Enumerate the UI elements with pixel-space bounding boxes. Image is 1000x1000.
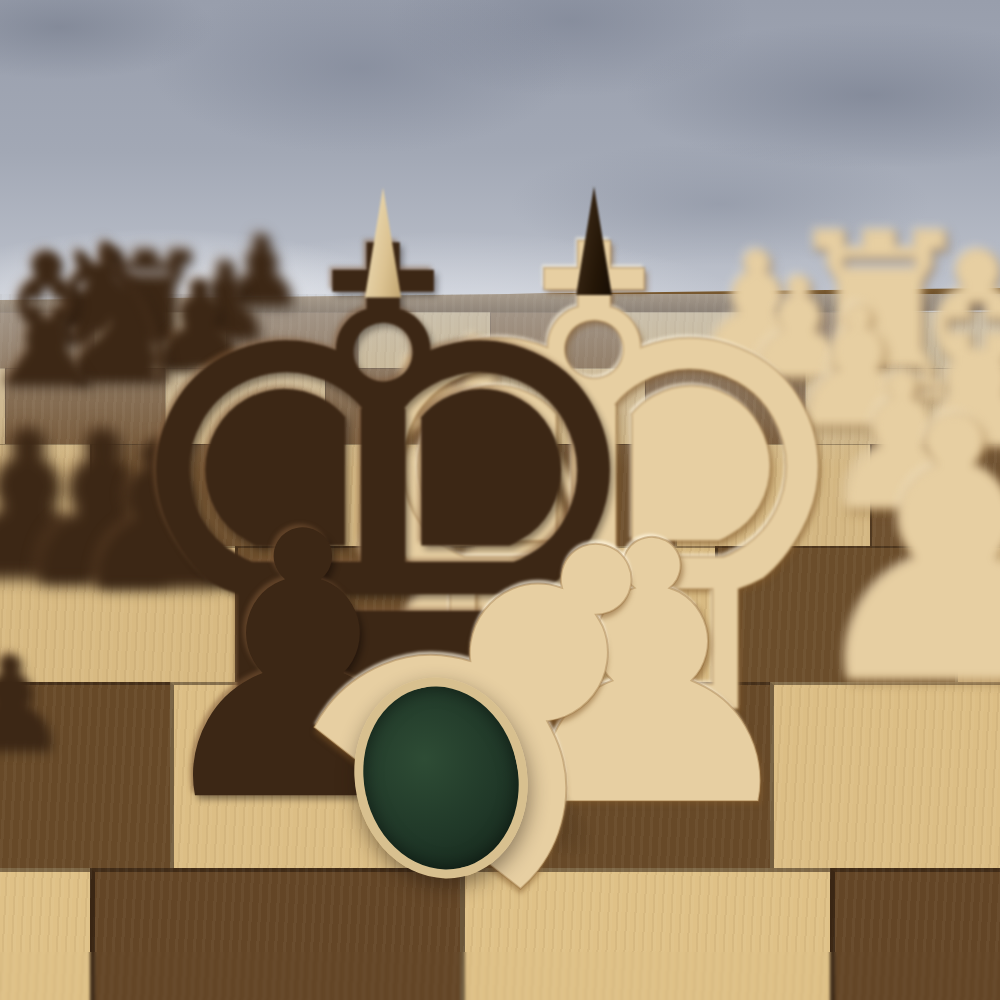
chess-photo-scene: ♝♞♜♟♟♟♟♟♟♟♚♟♞♚♟♟♟♟♜♟♝♟♟ Wooden chess set…	[0, 0, 1000, 1000]
board-square[interactable]	[830, 868, 1000, 1000]
black-pawn-glyph: ♟	[0, 640, 67, 768]
board-square[interactable]	[0, 868, 90, 1000]
